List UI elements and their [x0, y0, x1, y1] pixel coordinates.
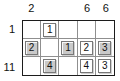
row-sum-label-r1: 1 [0, 23, 15, 36]
grid-cell-r1c2[interactable]: 1 [41, 21, 59, 39]
grid-cell-r3c2[interactable]: 4 [41, 57, 59, 75]
given-number-box: 3 [98, 41, 111, 55]
grid-cell-r2c2[interactable] [41, 39, 59, 57]
cell-digit: 1 [47, 24, 53, 36]
cell-digit: 4 [47, 60, 53, 72]
grid-cell-r2c3[interactable]: 1 [59, 39, 77, 57]
grid-cell-r3c1[interactable] [23, 57, 41, 75]
cell-digit: 3 [102, 42, 108, 54]
entered-number-box[interactable]: 3 [98, 59, 111, 73]
puzzle-canvas: 266 111 12123443 [0, 0, 120, 81]
entered-number-box[interactable]: 2 [80, 41, 93, 55]
row-sum-label-r3: 11 [0, 60, 15, 73]
cell-digit: 2 [83, 42, 89, 54]
grid-cell-r3c3[interactable] [59, 57, 77, 75]
grid-cell-r2c4[interactable]: 2 [78, 39, 96, 57]
cell-digit: 2 [29, 42, 35, 54]
entered-number-box[interactable]: 4 [80, 59, 93, 73]
given-number-box: 2 [25, 41, 38, 55]
cell-digit: 1 [65, 42, 71, 54]
column-sum-label-c5: 6 [103, 2, 109, 15]
grid-cell-r1c3[interactable] [59, 21, 77, 39]
given-number-box: 4 [43, 59, 56, 73]
grid-cell-r2c1[interactable]: 2 [23, 39, 41, 57]
given-number-box: 1 [61, 41, 74, 55]
grid-cell-r1c5[interactable] [96, 21, 114, 39]
grid-cell-r3c5[interactable]: 3 [96, 57, 114, 75]
grid-cell-r3c4[interactable]: 4 [78, 57, 96, 75]
grid-cell-r2c5[interactable]: 3 [96, 39, 114, 57]
puzzle-grid: 12123443 [22, 20, 115, 76]
grid-cell-r1c1[interactable] [23, 21, 41, 39]
cell-digit: 3 [102, 60, 108, 72]
cell-digit: 4 [83, 60, 89, 72]
grid-cell-r1c4[interactable] [78, 21, 96, 39]
column-sum-label-c1: 2 [28, 2, 34, 15]
column-sum-label-c4: 6 [84, 2, 90, 15]
entered-number-box[interactable]: 1 [43, 23, 56, 37]
